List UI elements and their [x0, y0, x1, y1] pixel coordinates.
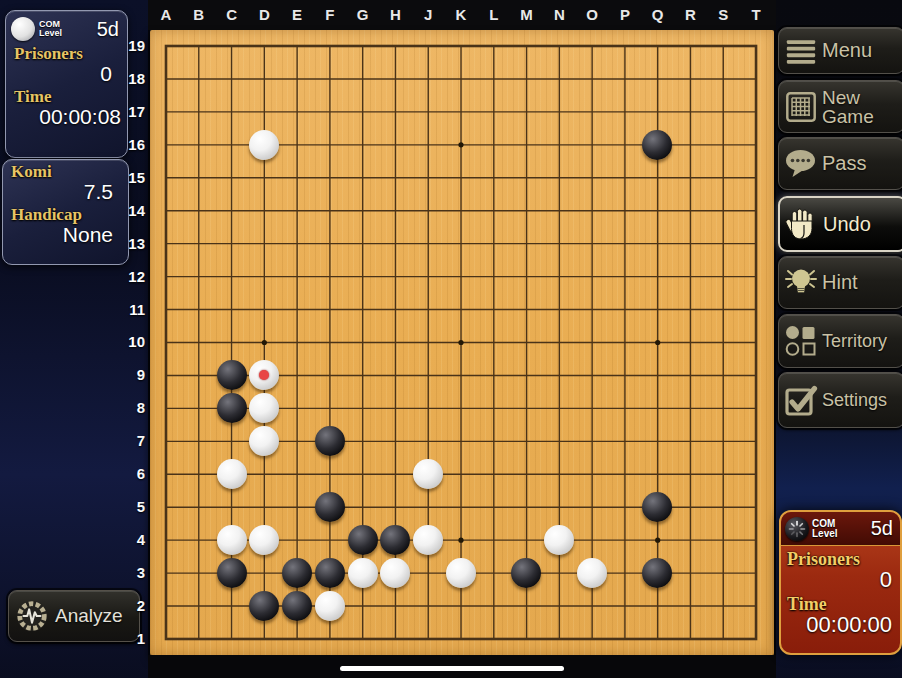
black-stone-c8 — [215, 392, 248, 425]
thinking-spinner-icon — [785, 517, 809, 541]
left-sidebar: COM Level 5d Prisoners 0 Time 00:00:08 K… — [0, 0, 148, 678]
menu-button[interactable]: Menu — [778, 27, 902, 74]
pass-button[interactable]: Pass — [778, 137, 902, 190]
column-label-l: L — [489, 6, 498, 23]
column-label-a: A — [161, 6, 172, 23]
undo-button[interactable]: Undo — [778, 196, 902, 252]
hand-icon — [783, 206, 820, 243]
black-stone-q3 — [641, 557, 674, 590]
settings-button[interactable]: Settings — [778, 372, 902, 428]
black-stone-g4 — [346, 524, 379, 557]
white-stone-d16 — [248, 128, 281, 161]
com-level-label: COM Level — [39, 20, 62, 38]
column-label-f: F — [325, 6, 334, 23]
white-player-rank: 5d — [97, 18, 122, 41]
column-label-q: Q — [652, 6, 664, 23]
black-prisoners-label: Prisoners — [781, 546, 900, 569]
territory-button-label: Territory — [822, 331, 887, 352]
column-label-h: H — [390, 6, 401, 23]
white-player-header: COM Level 5d — [6, 11, 127, 42]
black-stone-f3 — [313, 557, 346, 590]
column-labels: ABCDEFGHJKLMNOPQRST — [148, 0, 776, 30]
new-game-button-label: New Game — [822, 88, 901, 126]
column-label-c: C — [226, 6, 237, 23]
territory-shapes-icon — [782, 323, 819, 360]
white-stone-j6 — [412, 458, 445, 491]
white-stone-j4 — [412, 524, 445, 557]
black-stone-e2 — [281, 589, 314, 622]
column-label-b: B — [193, 6, 204, 23]
right-sidebar: Menu New Game — [776, 0, 902, 678]
black-stone-c3 — [215, 557, 248, 590]
black-stone-e3 — [281, 557, 314, 590]
black-stone-c9 — [215, 359, 248, 392]
settings-button-label: Settings — [822, 390, 887, 411]
territory-button[interactable]: Territory — [778, 314, 902, 368]
white-stone-d4 — [248, 524, 281, 557]
column-label-m: M — [520, 6, 533, 23]
go-app-screen: COM Level 5d Prisoners 0 Time 00:00:08 K… — [0, 0, 902, 678]
go-board[interactable] — [150, 30, 774, 655]
black-stone-h4 — [379, 524, 412, 557]
white-stone-h3 — [379, 557, 412, 590]
black-stone-icon — [785, 517, 809, 541]
black-stone-q16 — [641, 128, 674, 161]
white-stone-c4 — [215, 524, 248, 557]
com-level-label: COM Level — [812, 519, 838, 539]
white-stone-d9 — [248, 359, 281, 392]
white-stone-icon — [11, 17, 35, 41]
column-label-g: G — [357, 6, 369, 23]
black-time-value: 00:00:00 — [781, 614, 900, 636]
column-label-e: E — [292, 6, 302, 23]
black-player-rank: 5d — [871, 517, 896, 540]
white-time-label: Time — [6, 85, 127, 106]
komi-label: Komi — [3, 160, 128, 181]
black-stone-f7 — [313, 425, 346, 458]
lightbulb-icon — [782, 264, 819, 301]
checkbox-icon — [782, 382, 819, 419]
handicap-value: None — [3, 224, 128, 246]
last-move-marker — [259, 370, 269, 380]
column-label-t: T — [751, 6, 760, 23]
column-label-s: S — [718, 6, 728, 23]
column-label-d: D — [259, 6, 270, 23]
white-prisoners-label: Prisoners — [6, 42, 127, 63]
undo-button-label: Undo — [823, 213, 871, 236]
hint-button[interactable]: Hint — [778, 256, 902, 309]
black-stone-f5 — [313, 491, 346, 524]
white-stone-d8 — [248, 392, 281, 425]
column-label-o: O — [586, 6, 598, 23]
column-label-k: K — [456, 6, 467, 23]
white-stone-n4 — [543, 524, 576, 557]
pass-button-label: Pass — [822, 152, 866, 175]
handicap-label: Handicap — [3, 203, 128, 224]
game-info-panel: Komi 7.5 Handicap None — [2, 159, 129, 265]
white-prisoners-count: 0 — [6, 63, 127, 85]
white-stone-c6 — [215, 458, 248, 491]
new-game-button[interactable]: New Game — [778, 80, 902, 133]
white-stone-g3 — [346, 557, 379, 590]
white-time-value: 00:00:08 — [6, 106, 127, 128]
home-indicator[interactable] — [340, 666, 564, 671]
komi-value: 7.5 — [3, 181, 128, 203]
black-time-label: Time — [781, 591, 900, 614]
speech-bubble-icon — [782, 145, 819, 182]
column-label-r: R — [685, 6, 696, 23]
black-stone-m3 — [510, 557, 543, 590]
white-stone-d7 — [248, 425, 281, 458]
black-stone-q5 — [641, 491, 674, 524]
menu-button-label: Menu — [822, 39, 872, 62]
analyze-button-label: Analyze — [55, 605, 123, 627]
column-label-j: J — [424, 6, 432, 23]
column-label-p: P — [620, 6, 630, 23]
board-intersections-grid[interactable] — [150, 30, 773, 656]
black-prisoners-count: 0 — [781, 569, 900, 591]
white-stone-o3 — [576, 557, 609, 590]
white-stone-f2 — [313, 589, 346, 622]
menu-icon — [782, 32, 819, 69]
gauge-icon — [13, 598, 50, 635]
black-stone-d2 — [248, 589, 281, 622]
white-player-panel: COM Level 5d Prisoners 0 Time 00:00:08 — [5, 10, 128, 158]
new-game-board-icon — [782, 88, 819, 125]
hint-button-label: Hint — [822, 271, 858, 294]
white-stone-k3 — [445, 557, 478, 590]
column-label-n: N — [554, 6, 565, 23]
black-player-header: COM Level 5d — [781, 512, 900, 546]
analyze-button[interactable]: Analyze — [8, 590, 140, 642]
black-player-panel: COM Level 5d Prisoners 0 Time 00:00:00 — [779, 510, 902, 655]
